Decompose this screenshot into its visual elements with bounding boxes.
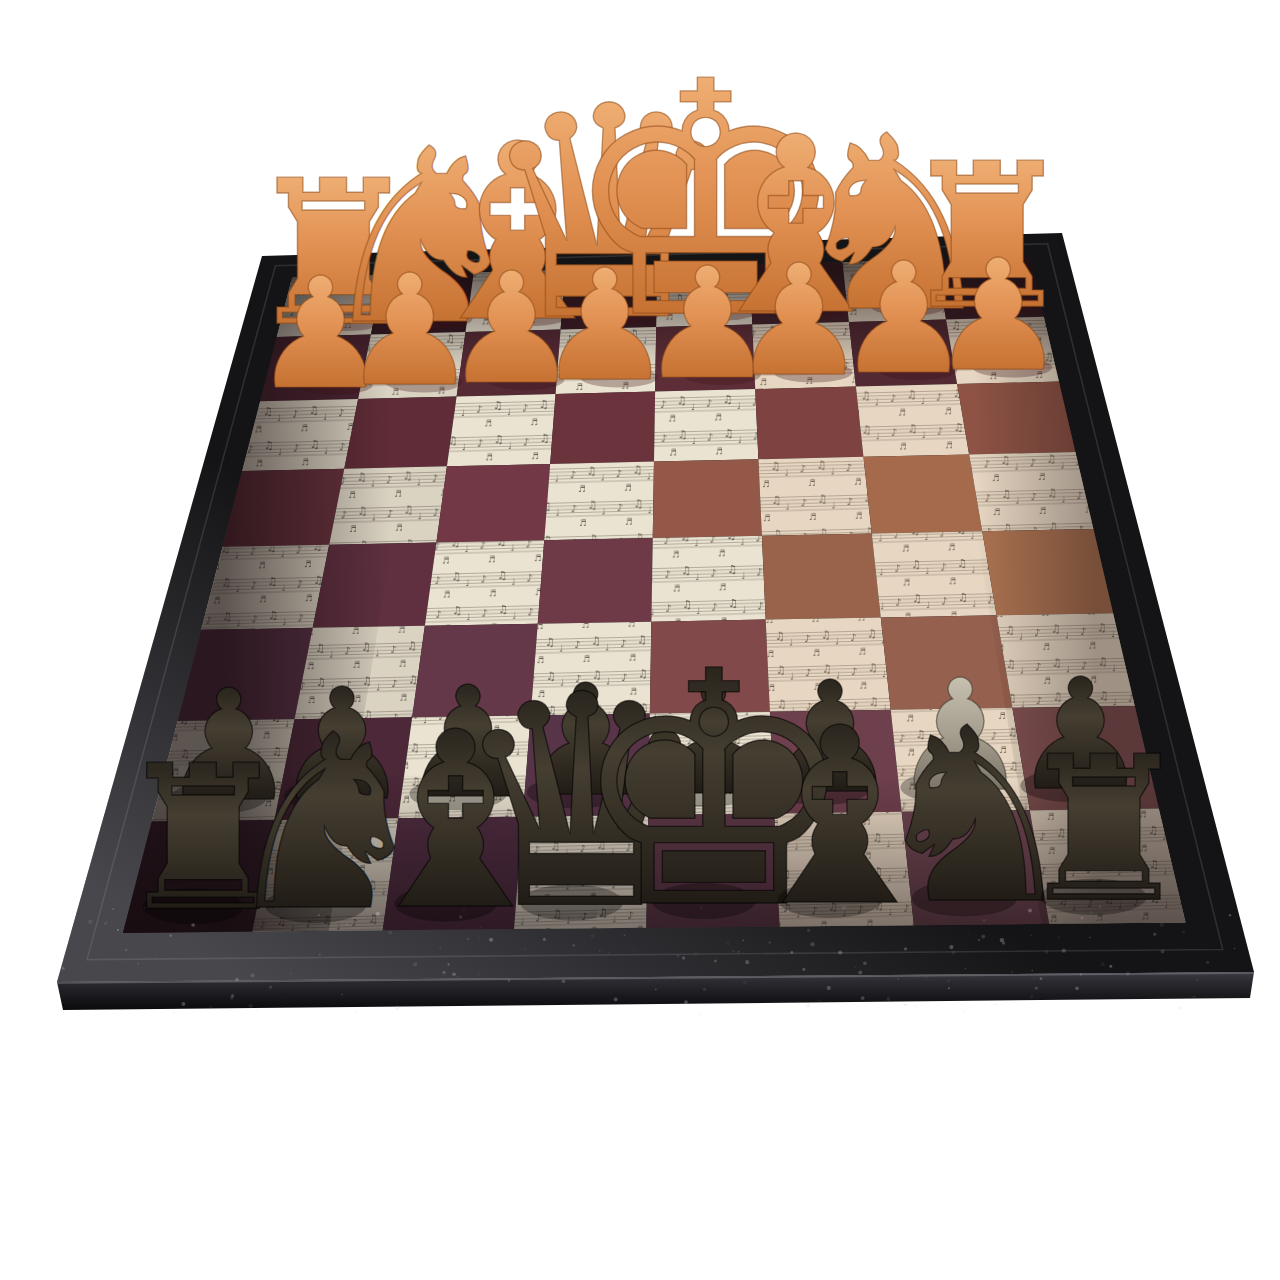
speckle: [250, 974, 254, 978]
speckle: [249, 1004, 253, 1008]
square-g4-tint: [872, 531, 997, 617]
speckle: [173, 1012, 175, 1014]
speckle: [1011, 970, 1014, 973]
speckle: [861, 996, 865, 1000]
speckle: [655, 988, 657, 990]
speckle: [508, 979, 510, 981]
speckle: [699, 1013, 702, 1016]
speckle: [290, 973, 292, 975]
speckle: [863, 961, 867, 965]
speckle: [962, 1009, 966, 1013]
speckle: [1101, 962, 1105, 966]
speckle: [395, 1006, 399, 1010]
speckle: [960, 1007, 962, 1009]
speckle: [1040, 977, 1043, 980]
speckle: [993, 1003, 997, 1007]
square-d5: [544, 462, 654, 541]
speckle: [231, 994, 234, 997]
speckle: [1229, 914, 1231, 916]
speckle: [1139, 947, 1140, 948]
square-c4: [425, 540, 544, 626]
speckle: [1178, 1006, 1181, 1009]
square-g5: [863, 454, 982, 533]
speckle: [895, 960, 896, 961]
speckle: [1161, 950, 1165, 954]
speckle: [1080, 973, 1082, 975]
speckle: [947, 979, 950, 982]
speckle: [62, 967, 65, 970]
speckle: [1196, 979, 1198, 981]
speckle: [965, 968, 966, 969]
square-f5-tint: [758, 457, 871, 536]
square-c5: [436, 464, 550, 542]
speckle: [1032, 977, 1035, 980]
speckle: [1030, 995, 1034, 999]
speckle: [914, 1003, 918, 1007]
speckle: [209, 1005, 213, 1009]
speckle: [355, 1010, 357, 1012]
speckle: [897, 978, 899, 980]
speckle: [827, 986, 831, 990]
speckle: [858, 971, 862, 975]
speckle: [256, 1009, 258, 1011]
speckle: [1109, 965, 1112, 968]
speckle: [457, 976, 458, 977]
speckle: [925, 976, 927, 978]
speckle: [88, 920, 92, 924]
speckle: [886, 997, 890, 1001]
speckle: [442, 971, 446, 975]
speckle: [181, 1002, 185, 1006]
square-e5: [653, 459, 762, 538]
speckle: [684, 1000, 688, 1004]
speckle: [278, 982, 279, 983]
amber-pawn-h7: ♟: [930, 227, 1068, 405]
speckle: [703, 988, 706, 991]
speckle: [948, 987, 950, 989]
speckle: [341, 994, 343, 996]
chess-board: ♪♫♩♬♜♞♝♛♚♝♞♜♟♟♟♟♟♟♟♟♟♟♟♟♟♟♟♟♜♞♝♛♚♝♞♜: [0, 0, 1280, 1280]
speckle: [235, 978, 239, 982]
speckle: [1031, 970, 1033, 972]
speckle: [104, 923, 105, 924]
speckle: [444, 975, 445, 976]
speckle: [904, 1003, 907, 1006]
speckle: [806, 1003, 810, 1007]
chess-set-product-photo: ♪♫♩♬♜♞♝♛♚♝♞♜♟♟♟♟♟♟♟♟♟♟♟♟♟♟♟♟♜♞♝♛♚♝♞♜: [0, 0, 1280, 1280]
speckle: [269, 985, 272, 988]
dark-rook-h1: ♜: [1014, 713, 1193, 946]
speckle: [1192, 995, 1195, 998]
speckle: [894, 1001, 896, 1003]
speckle: [562, 979, 566, 983]
speckle: [962, 1003, 964, 1005]
speckle: [1206, 961, 1210, 965]
speckle: [614, 998, 618, 1002]
speckle: [137, 962, 139, 964]
speckle: [818, 999, 820, 1001]
speckle: [1234, 948, 1235, 949]
speckle: [743, 980, 747, 984]
speckle: [1126, 972, 1130, 976]
speckle: [1035, 987, 1038, 990]
speckle: [1075, 986, 1079, 990]
speckle: [285, 997, 286, 998]
